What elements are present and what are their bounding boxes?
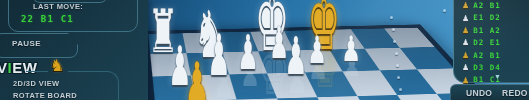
sparkle-dot xyxy=(397,76,400,79)
left-sidebar: LAST MOVE: 22 B1 C1 PAUSE VIEW ♞ 2D/3D V… xyxy=(0,0,148,100)
menu-item-2d3d-view[interactable]: 2D/3D VIEW xyxy=(13,79,60,88)
move-history-panel: ♟A2 B1♟E1 D2♟B1 A2♟D2 E1♟A2 B1♟D3 D4♟B1 … xyxy=(453,0,529,83)
sparkle-dot xyxy=(399,88,402,91)
sparkle-dot xyxy=(443,9,446,12)
scroll-down-arrow-icon[interactable]: ▼ xyxy=(494,73,501,80)
sparkle-dot xyxy=(393,40,396,43)
menu-item-rotate-board[interactable]: ROTATE BOARD xyxy=(13,91,77,100)
last-move-value: 22 B1 C1 xyxy=(21,14,74,24)
view-header-letter: W xyxy=(23,59,38,76)
view-header-letter: V xyxy=(0,59,8,76)
knight-icon: ♞ xyxy=(50,58,64,74)
redo-button[interactable]: REDO xyxy=(502,88,528,98)
sparkle-dot xyxy=(390,16,393,19)
sparkle-dot xyxy=(396,64,399,67)
view-section-header: VIEW xyxy=(0,59,37,76)
view-header-letter: E xyxy=(12,59,23,76)
sparkle-dot xyxy=(392,28,395,31)
sparkle-dot xyxy=(395,52,398,55)
view-header-rule-left xyxy=(26,71,48,72)
pause-button-label: PAUSE xyxy=(12,39,41,48)
undo-button[interactable]: UNDO xyxy=(466,88,492,98)
last-move-label: LAST MOVE: xyxy=(33,2,83,11)
chess-game-window: ♟♟♚♟♟♚♟♜♞♚♚♟♟♟♟♟♟♟♟ LAST MOVE: 22 B1 C1 … xyxy=(0,0,529,100)
